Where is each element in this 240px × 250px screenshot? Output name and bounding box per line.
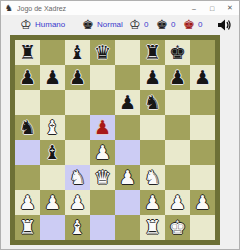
piece-white-king: ♚ (169, 215, 186, 240)
square-a5[interactable]: ♞ (15, 115, 40, 140)
black-king-icon: ♚ (82, 18, 94, 31)
piece-black-pawn: ♟ (44, 65, 61, 90)
square-d8[interactable]: ♛ (90, 40, 115, 65)
square-a3[interactable] (15, 165, 40, 190)
square-f6[interactable]: ♞ (140, 90, 165, 115)
square-h8[interactable] (190, 40, 215, 65)
square-h4[interactable] (190, 140, 215, 165)
square-g6[interactable] (165, 90, 190, 115)
square-g2[interactable]: ♟ (165, 190, 190, 215)
square-c4[interactable] (65, 140, 90, 165)
white-counter: 0 (144, 15, 148, 34)
piece-black-pawn: ♟ (194, 65, 211, 90)
black-counter: 0 (171, 15, 175, 34)
speaker-icon (218, 19, 231, 31)
piece-white-rook: ♜ (19, 215, 36, 240)
square-d5[interactable]: ♟ (90, 115, 115, 140)
piece-white-queen: ♛ (94, 165, 111, 190)
piece-black-queen: ♛ (94, 40, 111, 65)
piece-white-pawn: ♟ (144, 190, 161, 215)
piece-white-bishop: ♝ (44, 115, 61, 140)
square-f8[interactable]: ♜ (140, 40, 165, 65)
piece-black-pawn: ♟ (169, 65, 186, 90)
square-b1[interactable] (40, 215, 65, 240)
red-counter: 0 (198, 15, 202, 34)
square-e8[interactable] (115, 40, 140, 65)
piece-white-knight: ♞ (144, 165, 161, 190)
title-bar: ♞ Jogo de Xadrez – □ ✕ (1, 1, 239, 15)
black-player-control[interactable]: ♚ (82, 15, 94, 34)
square-h3[interactable] (190, 165, 215, 190)
square-c8[interactable]: ♝ (65, 40, 90, 65)
piece-white-pawn: ♟ (44, 190, 61, 215)
square-f4[interactable] (140, 140, 165, 165)
piece-black-bishop: ♝ (69, 40, 86, 65)
window-controls: – □ ✕ (185, 1, 239, 15)
square-e5[interactable] (115, 115, 140, 140)
piece-white-pawn: ♟ (69, 190, 86, 215)
square-a4[interactable] (15, 140, 40, 165)
piece-black-knight: ♞ (144, 90, 161, 115)
piece-white-pawn: ♟ (169, 190, 186, 215)
square-c3[interactable]: ♞ (65, 165, 90, 190)
red-counter-icon: ♚ (183, 15, 195, 34)
square-c5[interactable] (65, 115, 90, 140)
square-h2[interactable]: ♟ (190, 190, 215, 215)
piece-white-knight: ♞ (69, 165, 86, 190)
minimize-button[interactable]: – (185, 1, 203, 15)
square-g8[interactable]: ♚ (165, 40, 190, 65)
black-player-label[interactable]: Normal (97, 15, 123, 34)
black-king-icon: ♚ (156, 18, 168, 31)
square-h6[interactable] (190, 90, 215, 115)
piece-black-rook: ♜ (144, 40, 161, 65)
square-d2[interactable] (90, 190, 115, 215)
square-d4[interactable]: ♟ (90, 140, 115, 165)
square-b7[interactable]: ♟ (40, 65, 65, 90)
square-e2[interactable] (115, 190, 140, 215)
square-g3[interactable] (165, 165, 190, 190)
square-a2[interactable]: ♟ (15, 190, 40, 215)
square-g7[interactable]: ♟ (165, 65, 190, 90)
square-g5[interactable] (165, 115, 190, 140)
piece-white-bishop: ♝ (69, 215, 86, 240)
square-a6[interactable] (15, 90, 40, 115)
square-c6[interactable] (65, 90, 90, 115)
close-button[interactable]: ✕ (221, 1, 239, 15)
piece-black-bishop: ♝ (44, 140, 61, 165)
toolbar: ♔ Humano ♚ Normal ♔ 0 ♚ 0 ♚ 0 (1, 15, 239, 34)
square-g4[interactable] (165, 140, 190, 165)
white-player-control[interactable]: ♔ (20, 15, 32, 34)
square-g1[interactable]: ♚ (165, 215, 190, 240)
piece-black-pawn: ♟ (69, 65, 86, 90)
square-b3[interactable] (40, 165, 65, 190)
white-counter-icon: ♔ (129, 15, 141, 34)
white-king-icon: ♔ (20, 18, 32, 31)
piece-white-pawn: ♟ (94, 140, 111, 165)
square-e7[interactable] (115, 65, 140, 90)
square-f2[interactable]: ♟ (140, 190, 165, 215)
square-f7[interactable]: ♟ (140, 65, 165, 90)
piece-black-pawn: ♟ (144, 65, 161, 90)
app-knight-icon: ♞ (5, 4, 13, 13)
piece-black-pawn: ♟ (119, 90, 136, 115)
square-d7[interactable] (90, 65, 115, 90)
square-e3[interactable]: ♟ (115, 165, 140, 190)
square-b8[interactable] (40, 40, 65, 65)
square-b6[interactable] (40, 90, 65, 115)
square-d3[interactable]: ♛ (90, 165, 115, 190)
square-h7[interactable]: ♟ (190, 65, 215, 90)
square-d1[interactable] (90, 215, 115, 240)
square-d6[interactable] (90, 90, 115, 115)
square-c2[interactable]: ♟ (65, 190, 90, 215)
black-counter-icon: ♚ (156, 15, 168, 34)
piece-white-pawn: ♟ (194, 190, 211, 215)
square-b5[interactable]: ♝ (40, 115, 65, 140)
white-player-label[interactable]: Humano (35, 15, 65, 34)
square-e6[interactable]: ♟ (115, 90, 140, 115)
red-king-icon: ♚ (183, 18, 195, 31)
square-a1[interactable]: ♜ (15, 215, 40, 240)
piece-black-rook: ♜ (19, 40, 36, 65)
square-b2[interactable]: ♟ (40, 190, 65, 215)
square-a7[interactable]: ♟ (15, 65, 40, 90)
chess-board: ♜♝♛♜♚♟♟♟♟♟♟♟♞♞♝♟♝♟♞♛♟♞♟♟♟♟♟♟♜♝♜♚ (10, 35, 220, 245)
square-h1[interactable] (190, 215, 215, 240)
square-e1[interactable] (115, 215, 140, 240)
piece-black-knight: ♞ (19, 115, 36, 140)
square-f3[interactable]: ♞ (140, 165, 165, 190)
piece-red-pawn: ♟ (94, 115, 111, 140)
sound-button[interactable] (218, 15, 231, 34)
maximize-button[interactable]: □ (203, 1, 221, 15)
piece-white-rook: ♜ (144, 215, 161, 240)
square-c7[interactable]: ♟ (65, 65, 90, 90)
square-c1[interactable]: ♝ (65, 215, 90, 240)
square-b4[interactable]: ♝ (40, 140, 65, 165)
piece-white-pawn: ♟ (19, 190, 36, 215)
square-h5[interactable] (190, 115, 215, 140)
square-f5[interactable] (140, 115, 165, 140)
piece-white-pawn: ♟ (119, 165, 136, 190)
white-king-icon: ♔ (129, 18, 141, 31)
piece-black-king: ♚ (169, 40, 186, 65)
square-e4[interactable] (115, 140, 140, 165)
square-f1[interactable]: ♜ (140, 215, 165, 240)
window-title: Jogo de Xadrez (17, 5, 185, 12)
piece-black-pawn: ♟ (19, 65, 36, 90)
square-a8[interactable]: ♜ (15, 40, 40, 65)
app-window: ♞ Jogo de Xadrez – □ ✕ ♔ Humano ♚ Normal… (0, 0, 240, 250)
